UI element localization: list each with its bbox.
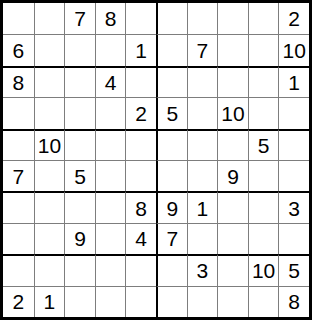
cell-r3c6[interactable] xyxy=(156,66,187,97)
cell-r4c3[interactable] xyxy=(64,97,95,128)
cell-r9c5[interactable] xyxy=(125,254,156,285)
cell-r8c6[interactable]: 7 xyxy=(156,223,187,254)
cell-r1c5[interactable] xyxy=(125,3,156,34)
cell-r7c10[interactable]: 3 xyxy=(278,191,309,222)
cell-r1c9[interactable] xyxy=(248,3,279,34)
cell-r4c4[interactable] xyxy=(95,97,126,128)
cell-r8c8[interactable] xyxy=(217,223,248,254)
cell-r7c1[interactable] xyxy=(3,191,34,222)
cell-r2c5[interactable]: 1 xyxy=(125,34,156,65)
cell-r7c7[interactable]: 1 xyxy=(187,191,218,222)
cell-r10c8[interactable] xyxy=(217,286,248,317)
cell-r3c2[interactable] xyxy=(34,66,65,97)
cell-r4c2[interactable] xyxy=(34,97,65,128)
cell-r2c1[interactable]: 6 xyxy=(3,34,34,65)
cell-r2c10[interactable]: 10 xyxy=(278,34,309,65)
cell-r2c2[interactable] xyxy=(34,34,65,65)
cell-r4c9[interactable] xyxy=(248,97,279,128)
cell-r7c3[interactable] xyxy=(64,191,95,222)
cell-r10c6[interactable] xyxy=(156,286,187,317)
cell-r9c2[interactable] xyxy=(34,254,65,285)
cell-r3c7[interactable] xyxy=(187,66,218,97)
cell-r5c5[interactable] xyxy=(125,129,156,160)
cell-r7c4[interactable] xyxy=(95,191,126,222)
cell-r2c7[interactable]: 7 xyxy=(187,34,218,65)
cell-r9c4[interactable] xyxy=(95,254,126,285)
cell-r4c1[interactable] xyxy=(3,97,34,128)
cell-r3c3[interactable] xyxy=(64,66,95,97)
cell-r10c5[interactable] xyxy=(125,286,156,317)
cell-r2c9[interactable] xyxy=(248,34,279,65)
cell-r10c3[interactable] xyxy=(64,286,95,317)
cell-r4c10[interactable] xyxy=(278,97,309,128)
cell-r9c6[interactable] xyxy=(156,254,187,285)
cell-r6c1[interactable]: 7 xyxy=(3,160,34,191)
cell-r2c3[interactable] xyxy=(64,34,95,65)
cell-r3c5[interactable] xyxy=(125,66,156,97)
cell-r9c1[interactable] xyxy=(3,254,34,285)
cell-r8c5[interactable]: 4 xyxy=(125,223,156,254)
cell-r3c8[interactable] xyxy=(217,66,248,97)
cell-r3c10[interactable]: 1 xyxy=(278,66,309,97)
cell-r6c3[interactable]: 5 xyxy=(64,160,95,191)
cell-r2c8[interactable] xyxy=(217,34,248,65)
cell-r9c3[interactable] xyxy=(64,254,95,285)
cell-r3c1[interactable]: 8 xyxy=(3,66,34,97)
cell-r3c9[interactable] xyxy=(248,66,279,97)
cell-r5c2[interactable]: 10 xyxy=(34,129,65,160)
cell-r5c7[interactable] xyxy=(187,129,218,160)
cell-r1c7[interactable] xyxy=(187,3,218,34)
cell-r9c7[interactable]: 3 xyxy=(187,254,218,285)
cell-r1c8[interactable] xyxy=(217,3,248,34)
cell-r10c4[interactable] xyxy=(95,286,126,317)
cell-r3c4[interactable]: 4 xyxy=(95,66,126,97)
cell-r10c2[interactable]: 1 xyxy=(34,286,65,317)
cell-r4c8[interactable]: 10 xyxy=(217,97,248,128)
cell-r6c5[interactable] xyxy=(125,160,156,191)
cell-r4c5[interactable]: 2 xyxy=(125,97,156,128)
cell-r2c4[interactable] xyxy=(95,34,126,65)
cell-r9c10[interactable]: 5 xyxy=(278,254,309,285)
cell-r4c7[interactable] xyxy=(187,97,218,128)
cell-r8c4[interactable] xyxy=(95,223,126,254)
cell-r5c6[interactable] xyxy=(156,129,187,160)
cell-r1c10[interactable]: 2 xyxy=(278,3,309,34)
sudoku-board: 78261710841251010575989139473105218 xyxy=(0,0,312,320)
cell-r7c8[interactable] xyxy=(217,191,248,222)
cell-r9c9[interactable]: 10 xyxy=(248,254,279,285)
cell-r6c6[interactable] xyxy=(156,160,187,191)
cell-r6c8[interactable]: 9 xyxy=(217,160,248,191)
cell-r7c2[interactable] xyxy=(34,191,65,222)
cell-r6c7[interactable] xyxy=(187,160,218,191)
cell-r10c10[interactable]: 8 xyxy=(278,286,309,317)
cell-r10c7[interactable] xyxy=(187,286,218,317)
cell-r10c1[interactable]: 2 xyxy=(3,286,34,317)
cell-r5c4[interactable] xyxy=(95,129,126,160)
cell-r8c7[interactable] xyxy=(187,223,218,254)
cell-r10c9[interactable] xyxy=(248,286,279,317)
cell-r8c2[interactable] xyxy=(34,223,65,254)
cell-r6c10[interactable] xyxy=(278,160,309,191)
cell-r6c2[interactable] xyxy=(34,160,65,191)
cell-r5c9[interactable]: 5 xyxy=(248,129,279,160)
cell-r8c3[interactable]: 9 xyxy=(64,223,95,254)
cell-r8c1[interactable] xyxy=(3,223,34,254)
cell-r5c10[interactable] xyxy=(278,129,309,160)
cell-r2c6[interactable] xyxy=(156,34,187,65)
cell-r6c9[interactable] xyxy=(248,160,279,191)
cell-r9c8[interactable] xyxy=(217,254,248,285)
cell-r4c6[interactable]: 5 xyxy=(156,97,187,128)
cell-r6c4[interactable] xyxy=(95,160,126,191)
cell-r5c3[interactable] xyxy=(64,129,95,160)
cell-r5c1[interactable] xyxy=(3,129,34,160)
cell-r8c9[interactable] xyxy=(248,223,279,254)
cell-r5c8[interactable] xyxy=(217,129,248,160)
cell-r7c6[interactable]: 9 xyxy=(156,191,187,222)
cell-r8c10[interactable] xyxy=(278,223,309,254)
cell-r1c3[interactable]: 7 xyxy=(64,3,95,34)
cell-r1c6[interactable] xyxy=(156,3,187,34)
cell-r1c1[interactable] xyxy=(3,3,34,34)
cell-r7c9[interactable] xyxy=(248,191,279,222)
cell-r1c4[interactable]: 8 xyxy=(95,3,126,34)
cell-r1c2[interactable] xyxy=(34,3,65,34)
cell-r7c5[interactable]: 8 xyxy=(125,191,156,222)
